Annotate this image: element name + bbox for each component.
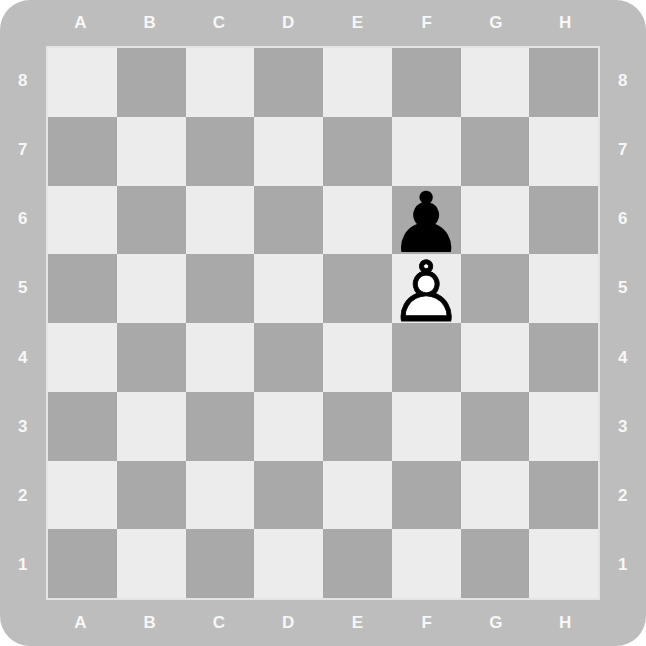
file-bottom-label-h: H: [531, 600, 600, 646]
square-f3[interactable]: [392, 392, 461, 461]
square-d4[interactable]: [254, 323, 323, 392]
square-a2[interactable]: [48, 461, 117, 530]
square-e3[interactable]: [323, 392, 392, 461]
square-f5[interactable]: ♟♙: [392, 254, 461, 323]
board-frame: ABCDEFGH ABCDEFGH 87654321 87654321 ♟♟♙: [0, 0, 646, 646]
square-g6[interactable]: [461, 186, 530, 255]
rank-left-label-5: 5: [0, 254, 46, 323]
square-e1[interactable]: [323, 529, 392, 598]
square-e8[interactable]: [323, 48, 392, 117]
rank-right-label-4: 4: [600, 323, 646, 392]
square-b7[interactable]: [117, 117, 186, 186]
rank-right-label-1: 1: [600, 531, 646, 600]
square-d1[interactable]: [254, 529, 323, 598]
square-e4[interactable]: [323, 323, 392, 392]
rank-left-label-1: 1: [0, 531, 46, 600]
square-e7[interactable]: [323, 117, 392, 186]
square-c6[interactable]: [186, 186, 255, 255]
square-c5[interactable]: [186, 254, 255, 323]
square-g1[interactable]: [461, 529, 530, 598]
square-d6[interactable]: [254, 186, 323, 255]
square-g5[interactable]: [461, 254, 530, 323]
rank-right-label-6: 6: [600, 185, 646, 254]
white-pawn-outline-glyph: ♙: [392, 254, 461, 323]
square-h1[interactable]: [529, 529, 598, 598]
file-labels-top: ABCDEFGH: [46, 0, 600, 46]
square-g4[interactable]: [461, 323, 530, 392]
square-a8[interactable]: [48, 48, 117, 117]
rank-left-label-6: 6: [0, 185, 46, 254]
square-b2[interactable]: [117, 461, 186, 530]
file-top-label-e: E: [323, 0, 392, 46]
square-b6[interactable]: [117, 186, 186, 255]
square-h2[interactable]: [529, 461, 598, 530]
square-d8[interactable]: [254, 48, 323, 117]
file-top-label-a: A: [46, 0, 115, 46]
square-b5[interactable]: [117, 254, 186, 323]
square-d3[interactable]: [254, 392, 323, 461]
file-bottom-label-g: G: [462, 600, 531, 646]
file-bottom-label-e: E: [323, 600, 392, 646]
square-h8[interactable]: [529, 48, 598, 117]
rank-right-label-7: 7: [600, 115, 646, 184]
rank-right-label-2: 2: [600, 462, 646, 531]
square-h7[interactable]: [529, 117, 598, 186]
file-top-label-c: C: [185, 0, 254, 46]
square-c7[interactable]: [186, 117, 255, 186]
file-top-label-b: B: [115, 0, 184, 46]
square-b3[interactable]: [117, 392, 186, 461]
square-a4[interactable]: [48, 323, 117, 392]
rank-left-label-8: 8: [0, 46, 46, 115]
square-a5[interactable]: [48, 254, 117, 323]
square-h5[interactable]: [529, 254, 598, 323]
square-d5[interactable]: [254, 254, 323, 323]
square-c2[interactable]: [186, 461, 255, 530]
square-d2[interactable]: [254, 461, 323, 530]
file-top-label-h: H: [531, 0, 600, 46]
square-g8[interactable]: [461, 48, 530, 117]
square-a6[interactable]: [48, 186, 117, 255]
square-h3[interactable]: [529, 392, 598, 461]
file-bottom-label-c: C: [185, 600, 254, 646]
white-pawn-f5[interactable]: ♟♙: [392, 254, 461, 323]
square-b4[interactable]: [117, 323, 186, 392]
square-d7[interactable]: [254, 117, 323, 186]
square-f6[interactable]: ♟: [392, 186, 461, 255]
square-g7[interactable]: [461, 117, 530, 186]
rank-right-label-3: 3: [600, 392, 646, 461]
square-f2[interactable]: [392, 461, 461, 530]
square-e2[interactable]: [323, 461, 392, 530]
square-g2[interactable]: [461, 461, 530, 530]
file-labels-bottom: ABCDEFGH: [46, 600, 600, 646]
square-g3[interactable]: [461, 392, 530, 461]
file-top-label-f: F: [392, 0, 461, 46]
square-c3[interactable]: [186, 392, 255, 461]
square-e5[interactable]: [323, 254, 392, 323]
square-c4[interactable]: [186, 323, 255, 392]
square-a1[interactable]: [48, 529, 117, 598]
square-b8[interactable]: [117, 48, 186, 117]
rank-right-label-8: 8: [600, 46, 646, 115]
board: ♟♟♙: [46, 46, 600, 600]
file-bottom-label-a: A: [46, 600, 115, 646]
square-a7[interactable]: [48, 117, 117, 186]
square-h6[interactable]: [529, 186, 598, 255]
file-top-label-g: G: [462, 0, 531, 46]
rank-left-label-7: 7: [0, 115, 46, 184]
black-pawn-glyph: ♟: [392, 186, 461, 255]
rank-labels-right: 87654321: [600, 46, 646, 600]
file-top-label-d: D: [254, 0, 323, 46]
square-f7[interactable]: [392, 117, 461, 186]
square-b1[interactable]: [117, 529, 186, 598]
square-f8[interactable]: [392, 48, 461, 117]
square-c1[interactable]: [186, 529, 255, 598]
rank-left-label-2: 2: [0, 462, 46, 531]
square-a3[interactable]: [48, 392, 117, 461]
file-bottom-label-f: F: [392, 600, 461, 646]
file-bottom-label-d: D: [254, 600, 323, 646]
file-bottom-label-b: B: [115, 600, 184, 646]
black-pawn-f6[interactable]: ♟: [392, 186, 461, 255]
rank-right-label-5: 5: [600, 254, 646, 323]
square-c8[interactable]: [186, 48, 255, 117]
rank-left-label-3: 3: [0, 392, 46, 461]
square-f1[interactable]: [392, 529, 461, 598]
rank-left-label-4: 4: [0, 323, 46, 392]
square-h4[interactable]: [529, 323, 598, 392]
rank-labels-left: 87654321: [0, 46, 46, 600]
square-f4[interactable]: [392, 323, 461, 392]
square-e6[interactable]: [323, 186, 392, 255]
